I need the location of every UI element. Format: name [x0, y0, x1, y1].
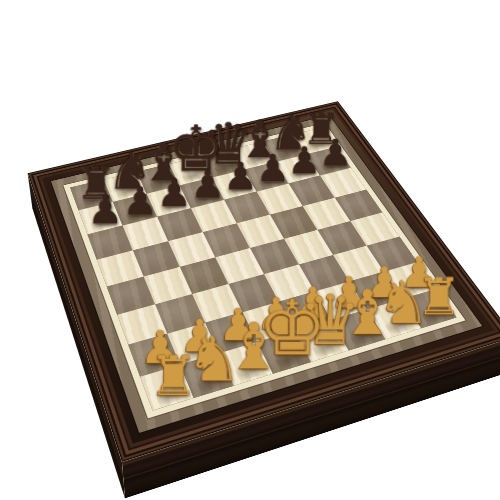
chess-board: ♜♞♝♚♛♝♞♜♟♟♟♟♟♟♟♟♟♟♟♟♟♟♟♟♜♞♝♚♛♝♞♜ [70, 127, 456, 410]
square-a1[interactable]: ♜ [140, 365, 194, 411]
piece-black-pawn[interactable]: ♟ [74, 190, 137, 229]
board-3d-stage: ♜♞♝♚♛♝♞♜♟♟♟♟♟♟♟♟♟♟♟♟♟♟♟♟♜♞♝♚♛♝♞♜ [64, 62, 436, 434]
chess-box: ♜♞♝♚♛♝♞♜♟♟♟♟♟♟♟♟♟♟♟♟♟♟♟♟♜♞♝♚♛♝♞♜ [28, 101, 500, 462]
product-photo-scene: ♜♞♝♚♛♝♞♜♟♟♟♟♟♟♟♟♟♟♟♟♟♟♟♟♜♞♝♚♛♝♞♜ [0, 0, 500, 500]
piece-white-rook[interactable]: ♜ [136, 349, 211, 404]
